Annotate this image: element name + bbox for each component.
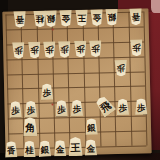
shogi-piece-silver-3a[interactable]: 銀: [106, 9, 119, 26]
shogi-piece-silver-4h[interactable]: 銀: [85, 118, 98, 135]
shogi-piece-lance-9i[interactable]: 香: [5, 141, 18, 158]
piece-kanji: 銀: [40, 145, 49, 154]
shogi-piece-lance-1a[interactable]: 香: [129, 9, 142, 26]
grid-line: [7, 86, 145, 90]
grid-line: [5, 15, 9, 149]
shogi-piece-pawn-5c[interactable]: 歩: [74, 41, 87, 58]
piece-kanji: 銀: [47, 15, 56, 24]
grid-line: [97, 12, 101, 146]
grid-line: [5, 11, 143, 15]
piece-kanji: 歩: [117, 64, 126, 73]
piece-kanji: 王: [77, 14, 86, 23]
shogi-piece-knight-8i[interactable]: 桂: [23, 140, 36, 157]
board-red-mark: [51, 104, 53, 106]
piece-kanji: 歩: [76, 45, 85, 54]
piece-kanji: 金: [62, 15, 71, 24]
shogi-piece-gold-6i[interactable]: 金: [54, 140, 67, 157]
shogi-piece-pawn-2d[interactable]: 歩: [115, 60, 128, 77]
shogi-piece-gold-6a[interactable]: 金: [60, 10, 73, 27]
grid-line: [6, 56, 144, 60]
shogi-piece-gold-4i[interactable]: 金: [84, 139, 97, 156]
shogi-piece-pawn-1c[interactable]: 歩: [130, 40, 143, 57]
shogi-piece-rook-3g[interactable]: 飛: [93, 94, 116, 118]
piece-kanji: 歩: [132, 44, 141, 53]
shogi-piece-silver-7i[interactable]: 銀: [38, 140, 51, 157]
piece-kanji: 王: [70, 142, 80, 152]
piece-kanji: 銀: [87, 123, 96, 132]
grid-line: [36, 14, 40, 148]
grid-line: [113, 12, 117, 146]
piece-kanji: 歩: [60, 45, 69, 54]
shogi-piece-lance-9a[interactable]: 香: [14, 12, 27, 29]
shogi-piece-king-5a[interactable]: 王: [75, 10, 88, 27]
grid-line: [82, 13, 86, 147]
piece-kanji: 歩: [91, 45, 100, 54]
shogi-piece-silver-7a[interactable]: 銀: [44, 11, 57, 28]
piece-kanji: 金: [56, 145, 65, 154]
piece-kanji: 桂: [35, 15, 44, 24]
shogi-piece-pawn-9c[interactable]: 歩: [12, 42, 25, 59]
piece-kanji: 歩: [57, 105, 66, 114]
grid-line: [67, 13, 71, 147]
piece-kanji: 角: [25, 123, 35, 133]
piece-kanji: 歩: [118, 104, 127, 113]
piece-kanji: 香: [7, 146, 16, 155]
pink-cloth-corner: [151, 0, 160, 13]
piece-kanji: 歩: [27, 106, 36, 115]
grid-line: [51, 14, 55, 148]
shogi-piece-pawn-6c[interactable]: 歩: [58, 41, 71, 58]
shogi-piece-gold-4a[interactable]: 金: [90, 10, 103, 27]
piece-kanji: 金: [93, 14, 102, 23]
shogi-piece-knight-8a[interactable]: 桂: [33, 11, 46, 28]
piece-kanji: 香: [132, 13, 141, 22]
piece-kanji: 歩: [30, 46, 39, 55]
piece-kanji: 歩: [14, 46, 23, 55]
shogi-piece-pawn-8c[interactable]: 歩: [28, 42, 41, 59]
grid-line: [6, 26, 144, 30]
piece-kanji: 歩: [45, 46, 54, 55]
piece-kanji: 歩: [11, 106, 20, 115]
piece-kanji: 香: [16, 16, 25, 25]
piece-kanji: 歩: [73, 105, 82, 114]
shogi-piece-pawn-4c[interactable]: 歩: [89, 41, 102, 58]
shogi-piece-bishop-8h[interactable]: 角: [23, 117, 38, 136]
piece-kanji: 歩: [43, 88, 52, 97]
shogi-piece-pawn-7c[interactable]: 歩: [43, 42, 56, 59]
grid-line: [143, 11, 147, 145]
piece-kanji: 歩: [137, 103, 146, 112]
grid-line: [128, 12, 132, 146]
piece-kanji: 銀: [108, 13, 117, 22]
shogi-photo-scene: 香桂銀金王金銀香歩歩歩歩歩歩歩歩歩歩歩歩歩飛歩歩角銀香桂銀金王金: [0, 0, 160, 160]
shogi-board[interactable]: 香桂銀金王金銀香歩歩歩歩歩歩歩歩歩歩歩歩歩飛歩歩角銀香桂銀金王金: [2, 8, 151, 156]
piece-kanji: 桂: [25, 145, 34, 154]
piece-kanji: 金: [86, 144, 95, 153]
shogi-piece-pawn-7f[interactable]: 歩: [40, 83, 53, 100]
board-red-mark: [52, 29, 54, 31]
